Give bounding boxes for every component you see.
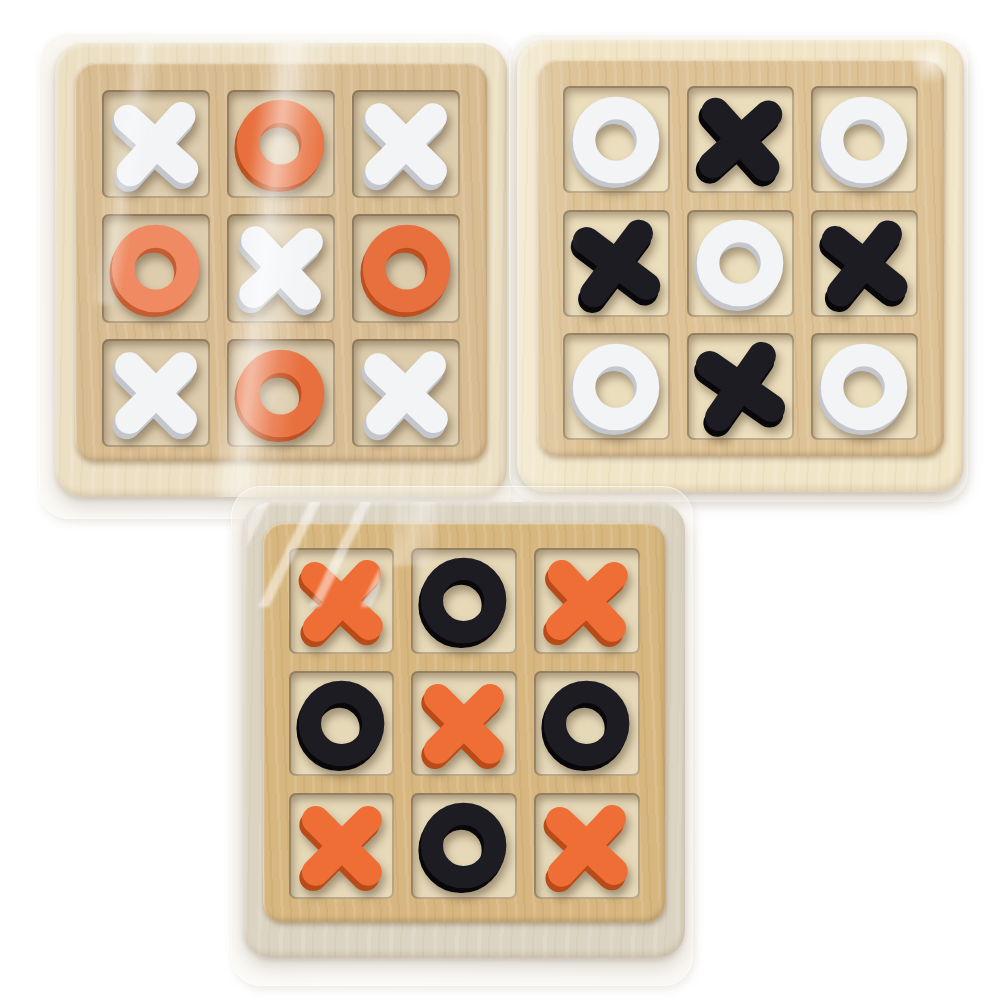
x-piece [534, 548, 640, 654]
cell-r2c2 [227, 214, 335, 322]
cell-r3c1 [563, 333, 670, 440]
cell-r3c1 [289, 793, 395, 899]
cell-r2c3 [352, 214, 460, 322]
x-piece [102, 90, 210, 198]
cell-r3c2 [227, 339, 335, 447]
board-top-right [517, 40, 964, 492]
o-piece [233, 96, 328, 191]
o-piece [693, 216, 787, 310]
board-bottom-center [243, 502, 685, 958]
o-piece [569, 93, 663, 187]
x-piece [352, 339, 460, 447]
o-piece [540, 677, 633, 770]
cell-r1c1 [289, 548, 395, 654]
o-piece [295, 677, 388, 770]
tictactoe-grid [75, 63, 486, 460]
x-piece [227, 214, 335, 322]
o-piece [817, 93, 911, 187]
cell-r3c3 [811, 333, 918, 440]
board-top-left [55, 43, 507, 497]
cell-r1c3 [534, 548, 640, 654]
x-piece [289, 793, 395, 899]
cell-r1c1 [563, 86, 670, 193]
o-piece [417, 799, 510, 892]
o-piece [359, 221, 454, 316]
x-piece [289, 548, 395, 654]
cell-r2c3 [534, 671, 640, 777]
tictactoe-grid [263, 523, 665, 922]
o-piece [569, 340, 663, 434]
x-piece [811, 210, 918, 317]
cell-r3c2 [411, 793, 517, 899]
cell-r3c1 [102, 339, 210, 447]
o-piece [817, 340, 911, 434]
x-piece [534, 793, 640, 899]
cell-r3c3 [352, 339, 460, 447]
x-piece [687, 333, 794, 440]
cell-r1c2 [687, 86, 794, 193]
cell-r2c1 [289, 671, 395, 777]
cell-r2c1 [563, 210, 670, 317]
cell-r2c2 [687, 210, 794, 317]
cell-r2c3 [811, 210, 918, 317]
x-piece [687, 86, 794, 193]
x-piece [411, 671, 517, 777]
cell-r3c2 [687, 333, 794, 440]
o-piece [233, 346, 328, 441]
product-photo-stage [0, 0, 1001, 1001]
x-piece [102, 339, 210, 447]
o-piece [108, 221, 203, 316]
tictactoe-grid [537, 60, 944, 456]
cell-r1c3 [811, 86, 918, 193]
x-piece [563, 210, 670, 317]
x-piece [352, 90, 460, 198]
cell-r3c3 [534, 793, 640, 899]
cell-r1c3 [352, 90, 460, 198]
cell-r1c1 [102, 90, 210, 198]
cell-r2c2 [411, 671, 517, 777]
cell-r2c1 [102, 214, 210, 322]
cell-r1c2 [411, 548, 517, 654]
o-piece [417, 554, 510, 647]
cell-r1c2 [227, 90, 335, 198]
